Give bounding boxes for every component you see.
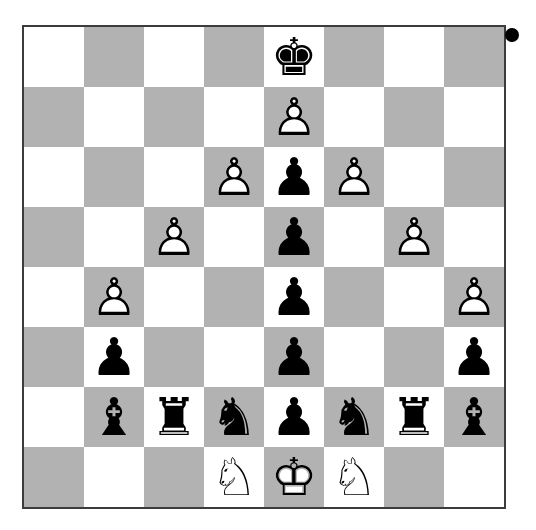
white-piece-outline: ♙ — [204, 147, 264, 207]
square-d8[interactable] — [204, 27, 264, 87]
black-piece-glyph: ♟ — [264, 207, 324, 267]
black-piece-glyph: ♟ — [264, 327, 324, 387]
piece-black-pawn: ♟ — [264, 207, 324, 267]
square-f7[interactable] — [324, 87, 384, 147]
square-g3[interactable] — [384, 327, 444, 387]
white-piece-outline: ♙ — [84, 267, 144, 327]
piece-black-pawn: ♟ — [264, 387, 324, 447]
square-e8[interactable]: ♚ — [264, 27, 324, 87]
square-f3[interactable] — [324, 327, 384, 387]
black-piece-glyph: ♟ — [264, 267, 324, 327]
square-c5[interactable]: ♟♙ — [144, 207, 204, 267]
white-piece-outline: ♙ — [144, 207, 204, 267]
square-g1[interactable] — [384, 447, 444, 507]
black-piece-glyph: ♚ — [264, 27, 324, 87]
square-e1[interactable]: ♚♔ — [264, 447, 324, 507]
square-c4[interactable] — [144, 267, 204, 327]
square-h7[interactable] — [444, 87, 504, 147]
black-piece-glyph: ♞ — [324, 387, 384, 447]
square-c8[interactable] — [144, 27, 204, 87]
square-a1[interactable] — [24, 447, 84, 507]
piece-black-pawn: ♟ — [264, 327, 324, 387]
piece-white-pawn: ♟♙ — [144, 207, 204, 267]
square-h2[interactable]: ♝ — [444, 387, 504, 447]
white-piece-outline: ♔ — [264, 447, 324, 507]
black-piece-glyph: ♜ — [384, 387, 444, 447]
square-e5[interactable]: ♟ — [264, 207, 324, 267]
black-piece-glyph: ♟ — [444, 327, 504, 387]
side-to-move-indicator — [505, 28, 519, 42]
square-c7[interactable] — [144, 87, 204, 147]
piece-white-knight: ♞♘ — [204, 447, 264, 507]
square-d4[interactable] — [204, 267, 264, 327]
square-h8[interactable] — [444, 27, 504, 87]
square-b1[interactable] — [84, 447, 144, 507]
square-e7[interactable]: ♟♙ — [264, 87, 324, 147]
chess-board: ♚♟♙♟♙♟♟♙♟♙♟♟♙♟♙♟♟♙♟♟♟♝♜♞♟♞♜♝♞♘♚♔♞♘ — [22, 25, 506, 509]
piece-black-bishop: ♝ — [84, 387, 144, 447]
square-d3[interactable] — [204, 327, 264, 387]
chess-diagram-page: ♚♟♙♟♙♟♟♙♟♙♟♟♙♟♙♟♟♙♟♟♟♝♜♞♟♞♜♝♞♘♚♔♞♘ — [0, 0, 536, 530]
piece-black-pawn: ♟ — [264, 147, 324, 207]
square-d6[interactable]: ♟♙ — [204, 147, 264, 207]
square-h4[interactable]: ♟♙ — [444, 267, 504, 327]
square-b7[interactable] — [84, 87, 144, 147]
square-a3[interactable] — [24, 327, 84, 387]
black-piece-glyph: ♟ — [264, 387, 324, 447]
square-h1[interactable] — [444, 447, 504, 507]
square-e4[interactable]: ♟ — [264, 267, 324, 327]
square-f8[interactable] — [324, 27, 384, 87]
square-d5[interactable] — [204, 207, 264, 267]
square-b5[interactable] — [84, 207, 144, 267]
piece-black-king: ♚ — [264, 27, 324, 87]
black-piece-glyph: ♝ — [84, 387, 144, 447]
square-c1[interactable] — [144, 447, 204, 507]
piece-white-king: ♚♔ — [264, 447, 324, 507]
piece-white-knight: ♞♘ — [324, 447, 384, 507]
square-a6[interactable] — [24, 147, 84, 207]
square-c2[interactable]: ♜ — [144, 387, 204, 447]
square-g5[interactable]: ♟♙ — [384, 207, 444, 267]
white-piece-outline: ♘ — [324, 447, 384, 507]
square-g7[interactable] — [384, 87, 444, 147]
piece-black-pawn: ♟ — [84, 327, 144, 387]
square-a7[interactable] — [24, 87, 84, 147]
piece-black-rook: ♜ — [384, 387, 444, 447]
white-piece-outline: ♙ — [324, 147, 384, 207]
white-piece-outline: ♘ — [204, 447, 264, 507]
square-h3[interactable]: ♟ — [444, 327, 504, 387]
square-g8[interactable] — [384, 27, 444, 87]
square-e3[interactable]: ♟ — [264, 327, 324, 387]
piece-white-pawn: ♟♙ — [384, 207, 444, 267]
square-c3[interactable] — [144, 327, 204, 387]
piece-black-knight: ♞ — [324, 387, 384, 447]
square-b6[interactable] — [84, 147, 144, 207]
square-f2[interactable]: ♞ — [324, 387, 384, 447]
square-d2[interactable]: ♞ — [204, 387, 264, 447]
square-h6[interactable] — [444, 147, 504, 207]
piece-black-rook: ♜ — [144, 387, 204, 447]
piece-white-pawn: ♟♙ — [84, 267, 144, 327]
black-piece-glyph: ♟ — [264, 147, 324, 207]
square-a2[interactable] — [24, 387, 84, 447]
piece-black-pawn: ♟ — [444, 327, 504, 387]
square-a8[interactable] — [24, 27, 84, 87]
piece-white-pawn: ♟♙ — [324, 147, 384, 207]
square-f6[interactable]: ♟♙ — [324, 147, 384, 207]
white-piece-outline: ♙ — [444, 267, 504, 327]
square-h5[interactable] — [444, 207, 504, 267]
piece-black-bishop: ♝ — [444, 387, 504, 447]
square-f4[interactable] — [324, 267, 384, 327]
black-piece-glyph: ♞ — [204, 387, 264, 447]
square-d1[interactable]: ♞♘ — [204, 447, 264, 507]
square-b3[interactable]: ♟ — [84, 327, 144, 387]
square-g4[interactable] — [384, 267, 444, 327]
square-d7[interactable] — [204, 87, 264, 147]
piece-white-pawn: ♟♙ — [264, 87, 324, 147]
square-f1[interactable]: ♞♘ — [324, 447, 384, 507]
square-f5[interactable] — [324, 207, 384, 267]
piece-white-pawn: ♟♙ — [444, 267, 504, 327]
square-b4[interactable]: ♟♙ — [84, 267, 144, 327]
white-piece-outline: ♙ — [264, 87, 324, 147]
piece-white-pawn: ♟♙ — [204, 147, 264, 207]
square-e6[interactable]: ♟ — [264, 147, 324, 207]
black-piece-glyph: ♟ — [84, 327, 144, 387]
black-piece-glyph: ♝ — [444, 387, 504, 447]
square-b8[interactable] — [84, 27, 144, 87]
square-g6[interactable] — [384, 147, 444, 207]
white-piece-outline: ♙ — [384, 207, 444, 267]
black-piece-glyph: ♜ — [144, 387, 204, 447]
square-b2[interactable]: ♝ — [84, 387, 144, 447]
piece-black-knight: ♞ — [204, 387, 264, 447]
piece-black-pawn: ♟ — [264, 267, 324, 327]
square-c6[interactable] — [144, 147, 204, 207]
square-e2[interactable]: ♟ — [264, 387, 324, 447]
square-a5[interactable] — [24, 207, 84, 267]
square-a4[interactable] — [24, 267, 84, 327]
square-g2[interactable]: ♜ — [384, 387, 444, 447]
